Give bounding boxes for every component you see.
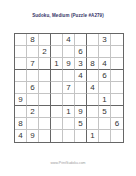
sudoku-cell: 1: [51, 58, 63, 70]
sudoku-cell: [75, 34, 87, 46]
sudoku-cell: [99, 118, 111, 130]
sudoku-cell: [111, 34, 123, 46]
sudoku-cell: [39, 130, 51, 142]
sudoku-cell: 1: [99, 94, 111, 106]
sudoku-cell: [87, 118, 99, 130]
sudoku-cell: [39, 70, 51, 82]
sudoku-cell: [39, 82, 51, 94]
sudoku-cell: [51, 46, 63, 58]
sudoku-cell: 6: [27, 82, 39, 94]
sudoku-cell: [111, 70, 123, 82]
sudoku-board: 8432671938446674912195856491: [14, 33, 124, 143]
sudoku-cell: [111, 46, 123, 58]
sudoku-cell: 8: [27, 34, 39, 46]
sudoku-cell: [51, 70, 63, 82]
sudoku-cell: [63, 130, 75, 142]
sudoku-cell: [99, 82, 111, 94]
footer-url: www.PrintSudoku.com: [0, 161, 136, 166]
sudoku-cell: [51, 34, 63, 46]
sudoku-cell: 5: [75, 118, 87, 130]
sudoku-cell: [63, 118, 75, 130]
sudoku-cell: 9: [63, 58, 75, 70]
sudoku-cell: 8: [87, 58, 99, 70]
sudoku-cell: [87, 94, 99, 106]
sudoku-cell: 6: [99, 70, 111, 82]
sudoku-cell: 7: [27, 58, 39, 70]
sudoku-cell: [51, 82, 63, 94]
sudoku-cell: [99, 46, 111, 58]
sudoku-cell: 4: [87, 82, 99, 94]
sudoku-cell: 2: [39, 46, 51, 58]
sudoku-cell: 3: [75, 58, 87, 70]
sudoku-cell: 1: [87, 130, 99, 142]
sudoku-cell: 4: [15, 130, 27, 142]
sudoku-cell: [39, 34, 51, 46]
sudoku-cell: 1: [63, 106, 75, 118]
sudoku-cell: [27, 70, 39, 82]
sudoku-cell: [15, 58, 27, 70]
sudoku-cell: 6: [75, 46, 87, 58]
sudoku-cell: [51, 118, 63, 130]
sudoku-cell: [39, 106, 51, 118]
sudoku-cell: 2: [27, 106, 39, 118]
sudoku-cell: [51, 94, 63, 106]
sudoku-cell: [39, 58, 51, 70]
sudoku-cell: 8: [15, 118, 27, 130]
sudoku-cell: [75, 130, 87, 142]
sudoku-cell: [111, 130, 123, 142]
sudoku-cell: 7: [63, 82, 75, 94]
sudoku-cell: [111, 94, 123, 106]
sudoku-cell: [15, 106, 27, 118]
sudoku-cell: [39, 118, 51, 130]
sudoku-cell: 5: [99, 106, 111, 118]
sudoku-cell: [99, 130, 111, 142]
sudoku-cell: [27, 118, 39, 130]
sudoku-cell: 9: [27, 130, 39, 142]
sudoku-cell: [87, 46, 99, 58]
sudoku-cell: [87, 34, 99, 46]
sudoku-cell: [63, 46, 75, 58]
sudoku-cell: 4: [63, 34, 75, 46]
sudoku-cell: [111, 82, 123, 94]
sudoku-cell: 4: [75, 70, 87, 82]
sudoku-cell: 4: [99, 58, 111, 70]
sudoku-cell: [27, 46, 39, 58]
sudoku-cell: [75, 94, 87, 106]
sudoku-cell: [51, 106, 63, 118]
sudoku-cell: [63, 70, 75, 82]
sudoku-cell: [111, 106, 123, 118]
page-title: Sudoku, Medium (Puzzle #A279): [0, 13, 136, 19]
sudoku-cell: [87, 106, 99, 118]
sudoku-cell: [39, 94, 51, 106]
sudoku-cell: [15, 34, 27, 46]
sudoku-cell: [27, 94, 39, 106]
sudoku-cell: 6: [111, 118, 123, 130]
sudoku-cell: [51, 130, 63, 142]
sudoku-cell: [15, 82, 27, 94]
sudoku-cell: 3: [99, 34, 111, 46]
sudoku-cell: 9: [15, 94, 27, 106]
sudoku-cell: 9: [75, 106, 87, 118]
sudoku-cell: [63, 94, 75, 106]
sudoku-cell: [111, 58, 123, 70]
sudoku-cell: [15, 70, 27, 82]
sudoku-cell: [87, 70, 99, 82]
sudoku-cell: [15, 46, 27, 58]
sudoku-cell: [75, 82, 87, 94]
